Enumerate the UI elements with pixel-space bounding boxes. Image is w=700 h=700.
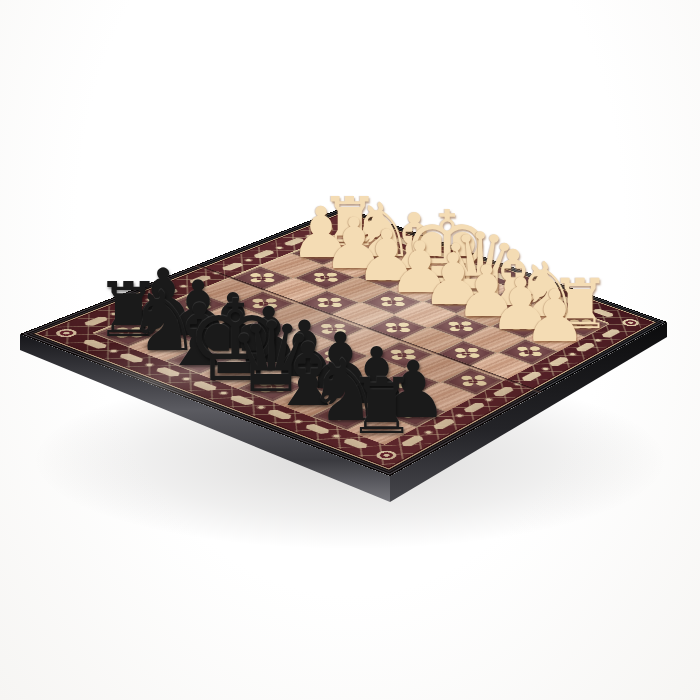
white-pawn-on-a2: ♟ (522, 281, 587, 353)
pieces-layer: ♜♞♟♝♟♚♟♛♟♝♟♞♟♟♜♟♟♜♟♟♞♟♝♟♚♟♛♟♝♟♞♜ (0, 0, 700, 700)
chess-set-photo[interactable]: ✤❖✤❖✤❖✤❖✤❖✤❖✤❖✤❖✤❖✤❖✤❖✤❖✤❖✤❖✤❖✤❖✤❖✤❖✤❖✤❖… (0, 0, 700, 700)
black-rook-on-a8: ♜ (347, 368, 416, 446)
